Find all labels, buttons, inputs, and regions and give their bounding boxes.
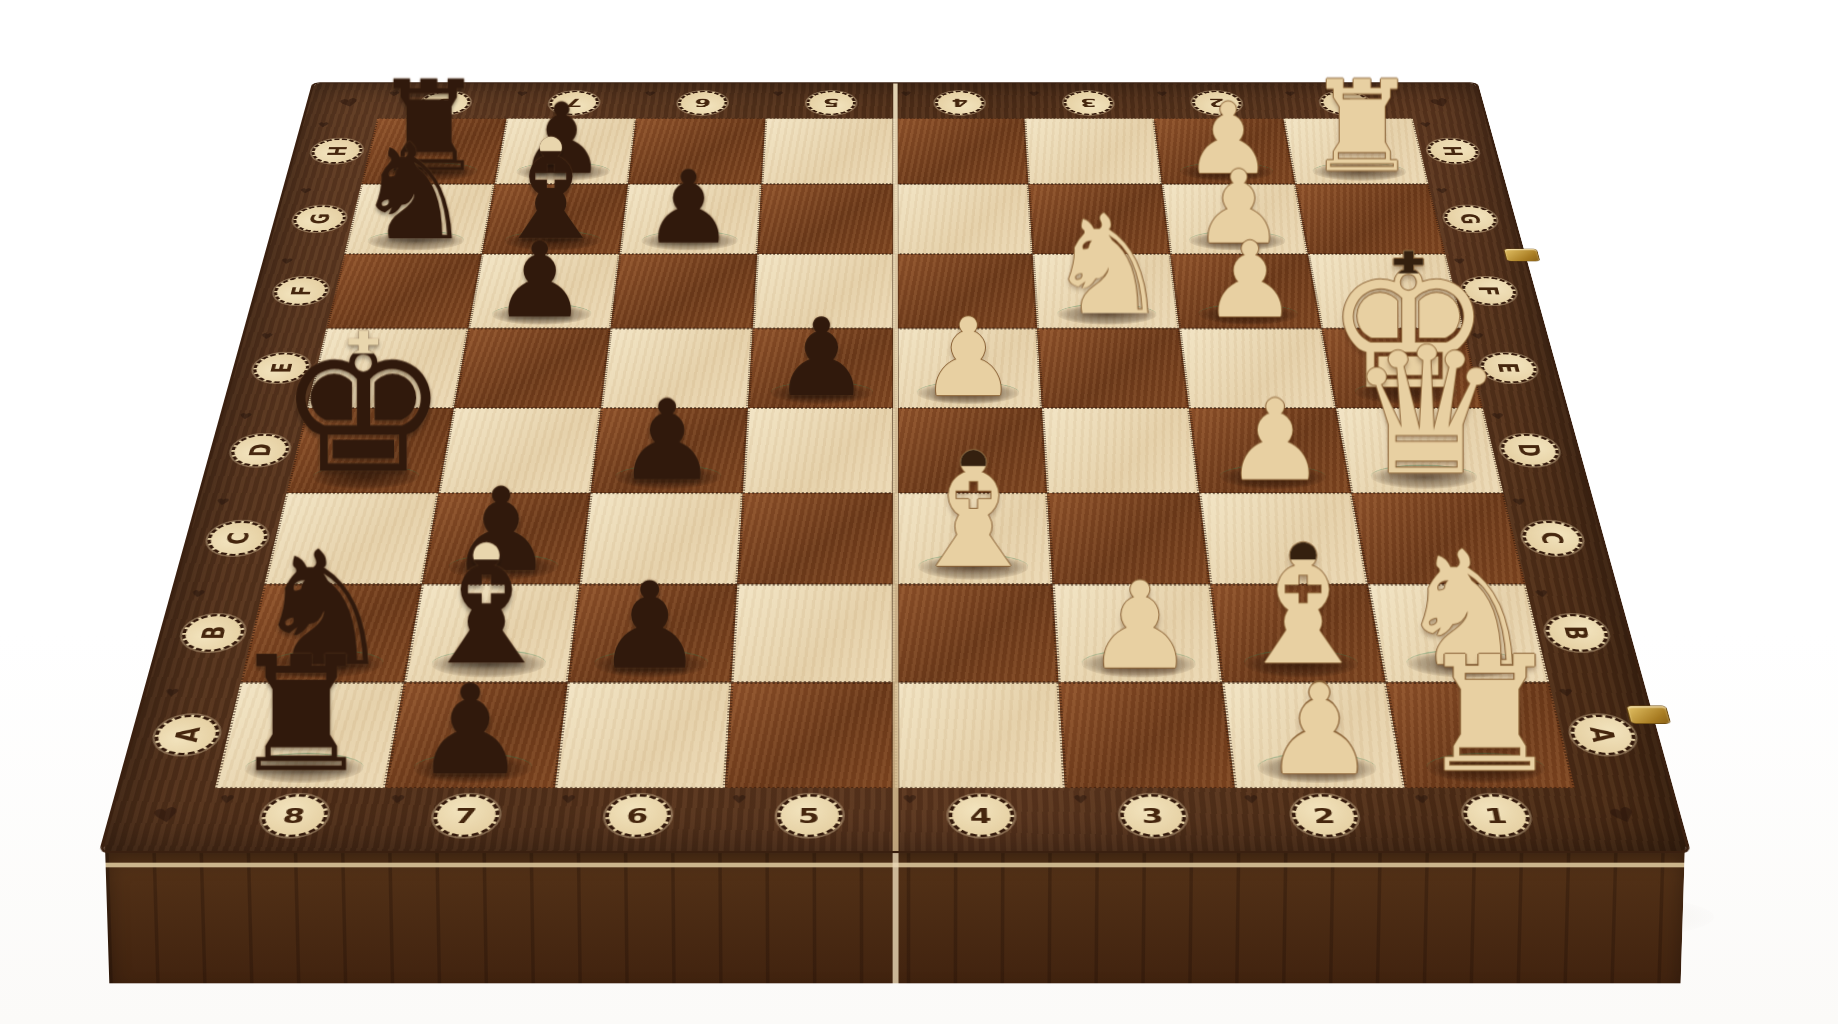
coordinate-label-5: 5: [806, 91, 856, 115]
heart-decoration-icon: ♥: [259, 332, 275, 341]
heart-decoration-icon: ♥: [1413, 793, 1431, 807]
bottom-rank-label-cell: 3♥: [1065, 788, 1242, 843]
heart-decoration-icon: ♥: [218, 793, 237, 807]
piece-white-rook-a1[interactable]: ♜: [1386, 682, 1575, 788]
black-king-icon: ♚♚: [277, 314, 449, 497]
bottom-rank-label-cell: 5♥: [722, 788, 895, 843]
heart-decoration-icon: ♥: [1511, 497, 1528, 508]
bottom-rank-label-cell: 8♥: [202, 788, 385, 843]
coordinate-label-8: 8: [257, 794, 331, 837]
bottom-rank-label-cell: 2♥: [1235, 788, 1415, 843]
piece-white-pawn-d2[interactable]: ♟: [1189, 408, 1351, 493]
heart-decoration-icon: ♥: [1435, 187, 1449, 195]
coordinate-label-4: 4: [935, 91, 985, 115]
white-knight-icon: ♞: [1047, 201, 1170, 331]
heart-decoration-icon: ♥: [387, 90, 401, 98]
fold-seam: [893, 83, 899, 851]
piece-white-pawn-f2[interactable]: ♟: [1170, 254, 1321, 328]
coordinate-label-2: 2: [1289, 794, 1361, 837]
heart-decoration-icon: ♥: [516, 90, 529, 98]
corner-bottom-right: ♥: [1575, 788, 1673, 843]
coordinate-label-3: 3: [1118, 794, 1187, 837]
coordinate-label-4: 4: [948, 794, 1015, 837]
piece-black-rook-a8[interactable]: ♜: [215, 682, 404, 788]
piece-white-bishop-c4[interactable]: ♝♝: [895, 493, 1053, 584]
bottom-rank-label-cell: 1♥: [1405, 788, 1588, 843]
corner-bottom-left: ♥: [117, 788, 215, 843]
coordinate-label-d: D: [1497, 434, 1562, 466]
black-pawn-icon: ♟: [493, 231, 587, 330]
white-pawn-icon: ♟: [920, 307, 1017, 409]
piece-black-pawn-a7[interactable]: ♟: [385, 682, 568, 788]
coordinate-label-a: A: [1566, 714, 1640, 754]
heart-decoration-icon: ♥: [1156, 90, 1169, 98]
photo-scene: ♥8♥7♥6♥5♥4♥3♥2♥1♥♥H♥H♥G♥G♥F♥F♥E♥E♥D♥D♥C♥…: [0, 0, 1838, 1024]
coordinate-label-6: 6: [603, 794, 672, 837]
piece-white-knight-f3[interactable]: ♞: [1033, 254, 1180, 328]
bottom-rank-label-cell: 4♥: [895, 788, 1068, 843]
white-rook-icon: ♜: [1418, 639, 1561, 790]
heart-decoration-icon: ♥: [338, 96, 362, 111]
black-knight-icon: ♞: [354, 130, 473, 256]
coordinate-label-5: 5: [776, 794, 843, 837]
chess-board: ♥8♥7♥6♥5♥4♥3♥2♥1♥♥H♥H♥G♥G♥F♥F♥E♥E♥D♥D♥C♥…: [117, 88, 1674, 844]
heart-decoration-icon: ♥: [1419, 121, 1433, 129]
piece-black-pawn-g6[interactable]: ♟: [620, 184, 762, 254]
heart-decoration-icon: ♥: [1426, 96, 1455, 111]
piece-white-pawn-a2[interactable]: ♟: [1222, 682, 1405, 788]
heart-decoration-icon: ♥: [731, 793, 747, 807]
white-pawn-icon: ♟: [1225, 389, 1325, 495]
heart-decoration-icon: ♥: [900, 90, 912, 98]
heart-decoration-icon: ♥: [163, 687, 181, 700]
black-pawn-icon: ♟: [414, 671, 526, 790]
black-pawn-icon: ♟: [617, 389, 717, 495]
heart-decoration-icon: ♥: [151, 802, 181, 829]
white-pawn-icon: ♟: [1203, 231, 1297, 330]
top-rank-label-cell: 6♥: [636, 88, 767, 119]
coordinate-label-h: H: [1425, 138, 1482, 163]
heart-decoration-icon: ♥: [902, 793, 918, 807]
bottom-rank-label-cell: 7♥: [375, 788, 555, 843]
black-rook-icon: ♜: [229, 639, 372, 790]
white-bishop-icon: ♝♝: [903, 436, 1045, 587]
coordinate-label-6: 6: [676, 91, 727, 115]
heart-decoration-icon: ♥: [560, 793, 577, 807]
coordinate-label-a: A: [150, 714, 224, 754]
front-seam: [893, 847, 899, 984]
box-front-face: [105, 843, 1685, 983]
heart-decoration-icon: ♥: [1604, 802, 1643, 829]
white-pawn-icon: ♟: [1086, 570, 1194, 684]
heart-decoration-icon: ♥: [214, 497, 231, 508]
white-queen-icon: ♛: [1348, 329, 1506, 496]
heart-decoration-icon: ♥: [389, 793, 407, 807]
black-pawn-icon: ♟: [643, 160, 734, 256]
piece-white-queen-d1[interactable]: ♛: [1336, 408, 1504, 493]
heart-decoration-icon: ♥: [279, 257, 294, 266]
heart-decoration-icon: ♥: [298, 187, 312, 195]
white-pawn-icon: ♟: [1264, 671, 1376, 790]
heart-decoration-icon: ♥: [1283, 90, 1296, 98]
heart-decoration-icon: ♥: [316, 121, 330, 129]
heart-decoration-icon: ♥: [1028, 90, 1040, 98]
piece-black-pawn-d6[interactable]: ♟: [591, 408, 748, 493]
heart-decoration-icon: ♥: [1452, 257, 1467, 266]
heart-decoration-icon: ♥: [644, 90, 657, 98]
piece-black-knight-g8[interactable]: ♞: [344, 184, 494, 254]
black-pawn-icon: ♟: [773, 307, 870, 409]
piece-white-rook-h1[interactable]: ♜: [1283, 118, 1428, 184]
top-rank-label-cell: 4♥: [895, 88, 1024, 119]
heart-decoration-icon: ♥: [1243, 793, 1260, 807]
heart-decoration-icon: ♥: [189, 588, 207, 600]
coordinate-label-3: 3: [1062, 91, 1113, 115]
heart-decoration-icon: ♥: [772, 90, 784, 98]
coordinate-label-g: G: [290, 205, 348, 232]
piece-black-king-d8[interactable]: ♚♚: [286, 408, 454, 493]
top-rank-label-cell: 5♥: [766, 88, 895, 119]
black-pawn-icon: ♟: [596, 570, 704, 684]
piece-black-pawn-f7[interactable]: ♟: [468, 254, 619, 328]
top-rank-label-cell: 3♥: [1023, 88, 1154, 119]
white-rook-icon: ♜: [1305, 68, 1417, 187]
heart-decoration-icon: ♥: [237, 411, 253, 421]
heart-decoration-icon: ♥: [1072, 793, 1089, 807]
bottom-rank-label-cell: 6♥: [548, 788, 725, 843]
coordinate-label-7: 7: [430, 794, 502, 837]
coordinate-label-1: 1: [1459, 794, 1533, 837]
